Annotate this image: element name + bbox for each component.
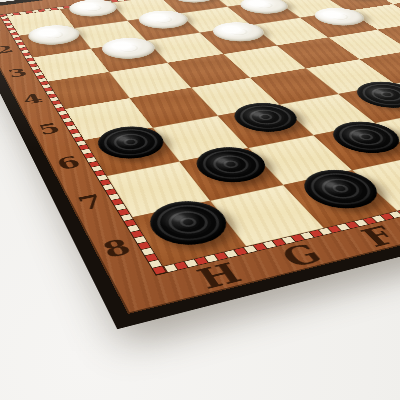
checkers-board: 12345678 HGFEDCBA ⛀⛀⛀⛀⛀⛀⛀⛀⛀⛀⛀⛀⛂⛂⛂⛂⛂⛂⛂⛂⛂⛂…: [0, 0, 400, 329]
board-frame: 12345678 HGFEDCBA ⛀⛀⛀⛀⛀⛀⛀⛀⛀⛀⛀⛀⛂⛂⛂⛂⛂⛂⛂⛂⛂⛂…: [0, 0, 400, 314]
white-checker-g1[interactable]: ⛀: [64, 0, 123, 19]
black-checker-f6[interactable]: ⛂: [224, 99, 308, 136]
scene: 12345678 HGFEDCBA ⛀⛀⛀⛀⛀⛀⛀⛀⛀⛀⛀⛀⛂⛂⛂⛂⛂⛂⛂⛂⛂⛂…: [0, 0, 400, 400]
white-checker-e1[interactable]: ⛀: [164, 0, 224, 5]
white-checker-b2[interactable]: ⛀: [326, 0, 389, 2]
board-photo: 12345678 HGFEDCBA ⛀⛀⛀⛀⛀⛀⛀⛀⛀⛀⛀⛀⛂⛂⛂⛂⛂⛂⛂⛂⛂⛂…: [0, 0, 400, 400]
